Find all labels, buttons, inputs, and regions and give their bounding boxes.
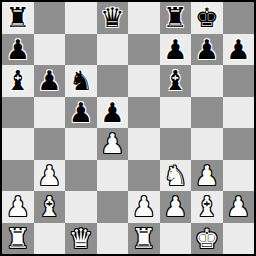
square-g6[interactable] [191,65,223,97]
square-g8[interactable]: ♚ [191,2,223,34]
black-pawn[interactable]: ♟ [226,36,250,63]
square-c8[interactable] [65,2,97,34]
square-g4[interactable] [191,128,223,160]
square-f4[interactable] [160,128,192,160]
square-d4[interactable]: ♟ [97,128,129,160]
black-pawn[interactable]: ♟ [6,36,30,63]
square-e5[interactable] [128,97,160,129]
square-h8[interactable] [223,2,255,34]
square-a1[interactable]: ♜ [2,223,34,255]
white-pawn[interactable]: ♟ [195,162,219,189]
square-b8[interactable] [34,2,66,34]
square-e4[interactable] [128,128,160,160]
square-f6[interactable]: ♝ [160,65,192,97]
square-b6[interactable]: ♟ [34,65,66,97]
square-d8[interactable]: ♛ [97,2,129,34]
black-bishop[interactable]: ♝ [6,67,30,94]
white-knight[interactable]: ♞ [163,162,187,189]
white-rook[interactable]: ♜ [132,225,156,252]
square-b5[interactable] [34,97,66,129]
black-queen[interactable]: ♛ [100,4,124,31]
square-h3[interactable] [223,160,255,192]
square-f1[interactable] [160,223,192,255]
square-d3[interactable] [97,160,129,192]
square-h4[interactable] [223,128,255,160]
white-pawn[interactable]: ♟ [100,130,124,157]
square-a7[interactable]: ♟ [2,34,34,66]
black-king[interactable]: ♚ [195,4,219,31]
white-pawn[interactable]: ♟ [226,193,250,220]
square-d6[interactable] [97,65,129,97]
square-c3[interactable] [65,160,97,192]
square-f2[interactable]: ♟ [160,191,192,223]
square-e6[interactable] [128,65,160,97]
black-pawn[interactable]: ♟ [195,36,219,63]
chess-board: ♜♛♜♚♟♟♟♟♝♟♞♝♟♟♟♟♞♟♟♝♟♟♝♟♜♛♜♚ [2,2,254,254]
square-b7[interactable] [34,34,66,66]
square-f8[interactable]: ♜ [160,2,192,34]
square-b3[interactable]: ♟ [34,160,66,192]
white-queen[interactable]: ♛ [69,225,93,252]
square-g7[interactable]: ♟ [191,34,223,66]
white-pawn[interactable]: ♟ [163,193,187,220]
white-rook[interactable]: ♜ [6,225,30,252]
square-c7[interactable] [65,34,97,66]
square-d1[interactable] [97,223,129,255]
black-bishop[interactable]: ♝ [163,67,187,94]
white-pawn[interactable]: ♟ [37,162,61,189]
square-h7[interactable]: ♟ [223,34,255,66]
square-e7[interactable] [128,34,160,66]
white-bishop[interactable]: ♝ [37,193,61,220]
square-g2[interactable]: ♝ [191,191,223,223]
square-h1[interactable] [223,223,255,255]
square-f7[interactable]: ♟ [160,34,192,66]
square-c6[interactable]: ♞ [65,65,97,97]
square-c1[interactable]: ♛ [65,223,97,255]
black-pawn[interactable]: ♟ [69,99,93,126]
square-a5[interactable] [2,97,34,129]
black-knight[interactable]: ♞ [69,67,93,94]
square-g5[interactable] [191,97,223,129]
square-c4[interactable] [65,128,97,160]
black-rook[interactable]: ♜ [6,4,30,31]
square-e1[interactable]: ♜ [128,223,160,255]
black-pawn[interactable]: ♟ [100,99,124,126]
white-bishop[interactable]: ♝ [195,193,219,220]
square-f5[interactable] [160,97,192,129]
square-f3[interactable]: ♞ [160,160,192,192]
square-d7[interactable] [97,34,129,66]
black-rook[interactable]: ♜ [163,4,187,31]
square-a2[interactable]: ♟ [2,191,34,223]
square-g3[interactable]: ♟ [191,160,223,192]
white-pawn[interactable]: ♟ [6,193,30,220]
square-b4[interactable] [34,128,66,160]
chess-board-frame: ♜♛♜♚♟♟♟♟♝♟♞♝♟♟♟♟♞♟♟♝♟♟♝♟♜♛♜♚ [0,0,256,256]
white-king[interactable]: ♚ [195,225,219,252]
square-c2[interactable] [65,191,97,223]
square-a8[interactable]: ♜ [2,2,34,34]
black-pawn[interactable]: ♟ [37,67,61,94]
square-b2[interactable]: ♝ [34,191,66,223]
square-a6[interactable]: ♝ [2,65,34,97]
square-d2[interactable] [97,191,129,223]
square-h6[interactable] [223,65,255,97]
square-a4[interactable] [2,128,34,160]
square-c5[interactable]: ♟ [65,97,97,129]
square-g1[interactable]: ♚ [191,223,223,255]
square-e3[interactable] [128,160,160,192]
square-b1[interactable] [34,223,66,255]
white-pawn[interactable]: ♟ [132,193,156,220]
black-pawn[interactable]: ♟ [163,36,187,63]
square-e8[interactable] [128,2,160,34]
square-h5[interactable] [223,97,255,129]
square-a3[interactable] [2,160,34,192]
square-e2[interactable]: ♟ [128,191,160,223]
square-h2[interactable]: ♟ [223,191,255,223]
square-d5[interactable]: ♟ [97,97,129,129]
